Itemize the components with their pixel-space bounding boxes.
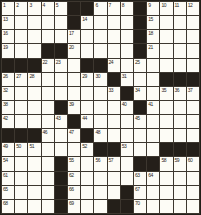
cell-r13c10[interactable] [121, 172, 133, 185]
cell-r14c1[interactable]: 65 [2, 186, 14, 199]
black-cell [55, 157, 67, 170]
cell-r4c6[interactable]: 20 [68, 44, 80, 57]
black-cell [187, 143, 199, 156]
cell-r12c6[interactable]: 55 [68, 157, 80, 170]
cell-r3c14[interactable] [174, 30, 186, 43]
cell-r7c2[interactable] [15, 87, 27, 100]
cell-r9c4[interactable] [42, 115, 54, 128]
black-cell [55, 101, 67, 114]
clue-number-63: 63 [135, 172, 140, 178]
cell-r11c3[interactable]: 51 [28, 143, 40, 156]
cell-r12c3[interactable] [28, 157, 40, 170]
clue-number-47: 47 [69, 129, 74, 135]
cell-r3c9[interactable] [108, 30, 120, 43]
clue-number-55: 55 [69, 157, 74, 163]
cell-r14c12[interactable] [147, 186, 159, 199]
cell-r7c13[interactable]: 35 [160, 87, 172, 100]
black-cell [134, 157, 146, 170]
clue-number-23: 23 [56, 59, 61, 65]
clue-number-26: 26 [3, 73, 8, 79]
clue-number-14: 14 [82, 16, 87, 22]
clue-number-46: 46 [43, 129, 48, 135]
cell-r2c10[interactable] [121, 16, 133, 29]
cell-r4c14[interactable] [174, 44, 186, 57]
cell-r9c1[interactable]: 42 [2, 115, 14, 128]
cell-r14c9[interactable] [108, 186, 120, 199]
cell-r9c12[interactable] [147, 115, 159, 128]
cell-r2c12[interactable]: 15 [147, 16, 159, 29]
cell-r15c14[interactable] [174, 200, 186, 213]
cell-r4c7[interactable] [81, 44, 93, 57]
cell-r6c6[interactable] [68, 73, 80, 86]
black-cell [134, 101, 146, 114]
cell-r3c15[interactable] [187, 30, 199, 43]
cell-r14c3[interactable] [28, 186, 40, 199]
cell-r12c1[interactable]: 54 [2, 157, 14, 170]
clue-number-2: 2 [16, 2, 18, 8]
cell-r8c3[interactable] [28, 101, 40, 114]
clue-number-7: 7 [109, 2, 111, 8]
cell-r14c11[interactable]: 67 [134, 186, 146, 199]
cell-r13c14[interactable] [174, 172, 186, 185]
cell-r7c7[interactable] [81, 87, 93, 100]
cell-r8c2[interactable] [15, 101, 27, 114]
black-cell [81, 59, 93, 72]
black-cell [147, 157, 159, 170]
cell-r1c2[interactable]: 2 [15, 2, 27, 15]
clue-number-45: 45 [135, 115, 140, 121]
clue-number-69: 69 [69, 200, 74, 206]
cell-r5c15[interactable] [187, 59, 199, 72]
cell-r1c13[interactable]: 10 [160, 2, 172, 15]
cell-r4c9[interactable] [108, 44, 120, 57]
cell-r11c6[interactable] [68, 143, 80, 156]
cell-r11c2[interactable]: 50 [15, 143, 27, 156]
clue-number-30: 30 [95, 73, 100, 79]
clue-number-18: 18 [148, 30, 153, 36]
cell-r8c1[interactable]: 38 [2, 101, 14, 114]
cell-r9c13[interactable] [160, 115, 172, 128]
clue-number-8: 8 [122, 2, 124, 8]
cell-r15c2[interactable] [15, 200, 27, 213]
cell-r8c15[interactable] [187, 101, 199, 114]
black-cell [160, 73, 172, 86]
cell-r7c5[interactable] [55, 87, 67, 100]
cell-r13c3[interactable] [28, 172, 40, 185]
clue-number-38: 38 [3, 101, 8, 107]
black-cell [55, 200, 67, 213]
cell-r2c9[interactable] [108, 16, 120, 29]
clue-number-35: 35 [161, 87, 166, 93]
cell-r12c15[interactable]: 60 [187, 157, 199, 170]
cell-r10c11[interactable] [134, 129, 146, 142]
cell-r1c5[interactable]: 5 [55, 2, 67, 15]
cell-r1c12[interactable]: 9 [147, 2, 159, 15]
black-cell [55, 44, 67, 57]
black-cell [55, 172, 67, 185]
cell-r5c4[interactable]: 22 [42, 59, 54, 72]
cell-r9c14[interactable] [174, 115, 186, 128]
black-cell [94, 143, 106, 156]
black-cell [94, 59, 106, 72]
cell-r2c5[interactable] [55, 16, 67, 29]
cell-r2c2[interactable] [15, 16, 27, 29]
cell-r14c4[interactable] [42, 186, 54, 199]
cell-r10c13[interactable] [160, 129, 172, 142]
cell-r3c8[interactable] [94, 30, 106, 43]
cell-r14c6[interactable]: 66 [68, 186, 80, 199]
cell-r1c9[interactable]: 7 [108, 2, 120, 15]
cell-r11c4[interactable] [42, 143, 54, 156]
cell-r5c12[interactable] [147, 59, 159, 72]
cell-r10c5[interactable] [55, 129, 67, 142]
clue-number-67: 67 [135, 186, 140, 192]
cell-r12c14[interactable]: 59 [174, 157, 186, 170]
cell-r6c2[interactable]: 27 [15, 73, 27, 86]
cell-r9c7[interactable]: 44 [81, 115, 93, 128]
cell-r10c14[interactable] [174, 129, 186, 142]
cell-r13c6[interactable]: 62 [68, 172, 80, 185]
black-cell [2, 59, 14, 72]
crossword-puzzle: 1234567891011121314151617181920212223242… [0, 0, 201, 215]
cell-r7c3[interactable] [28, 87, 40, 100]
clue-number-44: 44 [82, 115, 87, 121]
cell-r7c1[interactable]: 32 [2, 87, 14, 100]
clue-number-29: 29 [82, 73, 87, 79]
black-cell [15, 59, 27, 72]
cell-r6c10[interactable]: 31 [121, 73, 133, 86]
clue-number-36: 36 [175, 87, 180, 93]
clue-number-4: 4 [43, 2, 45, 8]
cell-r4c1[interactable]: 19 [2, 44, 14, 57]
cell-r12c2[interactable] [15, 157, 27, 170]
clue-number-50: 50 [16, 143, 21, 149]
cell-r6c3[interactable]: 28 [28, 73, 40, 86]
cell-r6c1[interactable]: 26 [2, 73, 14, 86]
cell-r15c8[interactable] [94, 200, 106, 213]
black-cell [187, 73, 199, 86]
cell-r9c10[interactable] [121, 115, 133, 128]
cell-r9c15[interactable] [187, 115, 199, 128]
cell-r5c10[interactable] [121, 59, 133, 72]
cell-r8c10[interactable]: 40 [121, 101, 133, 114]
cell-r5c9[interactable]: 24 [108, 59, 120, 72]
cell-r13c9[interactable] [108, 172, 120, 185]
clue-number-11: 11 [175, 2, 179, 8]
cell-r11c10[interactable]: 53 [121, 143, 133, 156]
clue-number-68: 68 [3, 200, 8, 206]
clue-number-19: 19 [3, 44, 8, 50]
clue-number-24: 24 [109, 59, 114, 65]
cell-r2c8[interactable] [94, 16, 106, 29]
clue-number-53: 53 [122, 143, 127, 149]
cell-r14c15[interactable] [187, 186, 199, 199]
cell-r7c6[interactable] [68, 87, 80, 100]
clue-number-34: 34 [135, 87, 140, 93]
cell-r7c9[interactable]: 33 [108, 87, 120, 100]
black-cell [55, 186, 67, 199]
clue-number-65: 65 [3, 186, 8, 192]
black-cell [174, 73, 186, 86]
cell-r12c9[interactable]: 57 [108, 157, 120, 170]
cell-r2c1[interactable]: 13 [2, 16, 14, 29]
cell-r3c13[interactable] [160, 30, 172, 43]
cell-r11c7[interactable]: 52 [81, 143, 93, 156]
clue-number-61: 61 [3, 172, 8, 178]
cell-r14c2[interactable] [15, 186, 27, 199]
clue-number-57: 57 [109, 157, 114, 163]
cell-r5c5[interactable]: 23 [55, 59, 67, 72]
cell-r13c13[interactable] [160, 172, 172, 185]
clue-number-42: 42 [3, 115, 8, 121]
cell-r2c3[interactable] [28, 16, 40, 29]
clue-number-3: 3 [29, 2, 31, 8]
cell-r13c2[interactable] [15, 172, 27, 185]
clue-number-17: 17 [69, 30, 74, 36]
clue-number-10: 10 [161, 2, 166, 8]
clue-number-66: 66 [69, 186, 74, 192]
cell-r7c8[interactable] [94, 87, 106, 100]
clue-number-32: 32 [3, 87, 8, 93]
cell-r15c12[interactable] [147, 200, 159, 213]
cell-r10c4[interactable]: 46 [42, 129, 54, 142]
clue-number-41: 41 [148, 101, 153, 107]
cell-r15c6[interactable]: 69 [68, 200, 80, 213]
cell-r6c4[interactable] [42, 73, 54, 86]
cell-r10c8[interactable]: 48 [94, 129, 106, 142]
cell-r9c3[interactable] [28, 115, 40, 128]
cell-r13c1[interactable]: 61 [2, 172, 14, 185]
cell-r8c6[interactable]: 39 [68, 101, 80, 114]
cell-r4c3[interactable] [28, 44, 40, 57]
cell-r8c7[interactable] [81, 101, 93, 114]
cell-r3c4[interactable] [42, 30, 54, 43]
cell-r3c10[interactable] [121, 30, 133, 43]
black-cell [28, 129, 40, 142]
cell-r4c2[interactable] [15, 44, 27, 57]
cell-r12c7[interactable] [81, 157, 93, 170]
black-cell [81, 2, 93, 15]
cell-r6c5[interactable] [55, 73, 67, 86]
cell-r10c15[interactable] [187, 129, 199, 142]
cell-r2c7[interactable]: 14 [81, 16, 93, 29]
clue-number-1: 1 [3, 2, 5, 8]
black-cell [68, 115, 80, 128]
cell-r11c12[interactable] [147, 143, 159, 156]
clue-number-37: 37 [188, 87, 193, 93]
cell-r1c3[interactable]: 3 [28, 2, 40, 15]
cell-r7c4[interactable] [42, 87, 54, 100]
cell-r2c14[interactable] [174, 16, 186, 29]
clue-number-31: 31 [122, 73, 127, 79]
clue-number-54: 54 [3, 157, 8, 163]
black-cell [2, 129, 14, 142]
cell-r10c12[interactable] [147, 129, 159, 142]
cell-r11c1[interactable]: 49 [2, 143, 14, 156]
black-cell [121, 87, 133, 100]
cell-r14c14[interactable] [174, 186, 186, 199]
black-cell [174, 143, 186, 156]
cell-r15c3[interactable] [28, 200, 40, 213]
clue-number-39: 39 [69, 101, 74, 107]
cell-r1c4[interactable]: 4 [42, 2, 54, 15]
clue-number-6: 6 [95, 2, 97, 8]
cell-r11c5[interactable] [55, 143, 67, 156]
cell-r5c11[interactable]: 25 [134, 59, 146, 72]
black-cell [108, 73, 120, 86]
black-cell [160, 143, 172, 156]
cell-r12c8[interactable]: 56 [94, 157, 106, 170]
black-cell [108, 200, 120, 213]
cell-r5c13[interactable] [160, 59, 172, 72]
cell-r6c11[interactable] [134, 73, 146, 86]
clue-number-40: 40 [122, 101, 127, 107]
cell-r6c8[interactable]: 30 [94, 73, 106, 86]
cell-r12c13[interactable]: 58 [160, 157, 172, 170]
cell-r12c10[interactable] [121, 157, 133, 170]
clue-number-22: 22 [43, 59, 48, 65]
clue-number-52: 52 [82, 143, 87, 149]
cell-r8c9[interactable] [108, 101, 120, 114]
cell-r8c4[interactable] [42, 101, 54, 114]
black-cell [68, 2, 80, 15]
cell-r9c8[interactable] [94, 115, 106, 128]
cell-r3c7[interactable] [81, 30, 93, 43]
clue-number-51: 51 [29, 143, 34, 149]
black-cell [42, 44, 54, 57]
clue-number-49: 49 [3, 143, 8, 149]
cell-r3c2[interactable] [15, 30, 27, 43]
black-cell [134, 2, 146, 15]
cell-r10c6[interactable]: 47 [68, 129, 80, 142]
clue-number-33: 33 [109, 87, 114, 93]
cell-r4c8[interactable] [94, 44, 106, 57]
cell-r2c4[interactable] [42, 16, 54, 29]
black-cell [121, 200, 133, 213]
cell-r8c12[interactable]: 41 [147, 101, 159, 114]
cell-r7c14[interactable]: 36 [174, 87, 186, 100]
cell-r2c15[interactable] [187, 16, 199, 29]
cell-r4c12[interactable]: 21 [147, 44, 159, 57]
clue-number-56: 56 [95, 157, 100, 163]
cell-r12c4[interactable] [42, 157, 54, 170]
clue-number-60: 60 [188, 157, 193, 163]
clue-number-5: 5 [56, 2, 58, 8]
black-cell [15, 129, 27, 142]
cell-r8c14[interactable] [174, 101, 186, 114]
black-cell [134, 30, 146, 43]
cell-r1c10[interactable]: 8 [121, 2, 133, 15]
cell-r9c2[interactable] [15, 115, 27, 128]
cell-r15c7[interactable] [81, 200, 93, 213]
cell-r15c15[interactable] [187, 200, 199, 213]
clue-number-58: 58 [161, 157, 166, 163]
cell-r6c7[interactable]: 29 [81, 73, 93, 86]
cell-r1c14[interactable]: 11 [174, 2, 186, 15]
cell-r9c9[interactable] [108, 115, 120, 128]
cell-r3c1[interactable]: 16 [2, 30, 14, 43]
cell-r9c5[interactable]: 43 [55, 115, 67, 128]
cell-r7c15[interactable]: 37 [187, 87, 199, 100]
clue-number-13: 13 [3, 16, 8, 22]
black-cell [81, 129, 93, 142]
black-cell [68, 16, 80, 29]
cell-r15c1[interactable]: 68 [2, 200, 14, 213]
clue-number-25: 25 [135, 59, 140, 65]
clue-number-16: 16 [3, 30, 8, 36]
cell-r7c11[interactable]: 34 [134, 87, 146, 100]
cell-r3c5[interactable] [55, 30, 67, 43]
cell-r1c8[interactable]: 6 [94, 2, 106, 15]
cell-r7c12[interactable] [147, 87, 159, 100]
cell-r13c12[interactable]: 64 [147, 172, 159, 185]
cell-r13c8[interactable] [94, 172, 106, 185]
cell-r14c13[interactable] [160, 186, 172, 199]
black-cell [108, 143, 120, 156]
cell-r10c10[interactable] [121, 129, 133, 142]
clue-number-21: 21 [148, 44, 153, 50]
black-cell [134, 44, 146, 57]
cell-r13c15[interactable] [187, 172, 199, 185]
cell-r2c13[interactable] [160, 16, 172, 29]
cell-r6c12[interactable] [147, 73, 159, 86]
clue-number-48: 48 [95, 129, 100, 135]
black-cell [121, 186, 133, 199]
cell-r13c7[interactable] [81, 172, 93, 185]
cell-r3c12[interactable]: 18 [147, 30, 159, 43]
clue-number-20: 20 [69, 44, 74, 50]
cell-r8c8[interactable] [94, 101, 106, 114]
cell-r5c14[interactable] [174, 59, 186, 72]
cell-r4c15[interactable] [187, 44, 199, 57]
cell-r13c4[interactable] [42, 172, 54, 185]
clue-number-28: 28 [29, 73, 34, 79]
clue-number-70: 70 [135, 200, 140, 206]
cell-r4c13[interactable] [160, 44, 172, 57]
cell-r1c1[interactable]: 1 [2, 2, 14, 15]
cell-r15c4[interactable] [42, 200, 54, 213]
clue-number-62: 62 [69, 172, 74, 178]
cell-r13c11[interactable]: 63 [134, 172, 146, 185]
cell-r5c6[interactable] [68, 59, 80, 72]
cell-r14c7[interactable] [81, 186, 93, 199]
crossword-grid: 1234567891011121314151617181920212223242… [0, 0, 201, 215]
clue-number-15: 15 [148, 16, 153, 22]
black-cell [28, 59, 40, 72]
cell-r11c11[interactable] [134, 143, 146, 156]
cell-r3c3[interactable] [28, 30, 40, 43]
clue-number-59: 59 [175, 157, 180, 163]
cell-r1c15[interactable]: 12 [187, 2, 199, 15]
cell-r15c13[interactable] [160, 200, 172, 213]
cell-r10c9[interactable] [108, 129, 120, 142]
cell-r9c11[interactable]: 45 [134, 115, 146, 128]
cell-r8c13[interactable] [160, 101, 172, 114]
cell-r3c6[interactable]: 17 [68, 30, 80, 43]
clue-number-64: 64 [148, 172, 153, 178]
cell-r15c11[interactable]: 70 [134, 200, 146, 213]
clue-number-43: 43 [56, 115, 61, 121]
cell-r14c8[interactable] [94, 186, 106, 199]
clue-number-9: 9 [148, 2, 150, 8]
clue-number-12: 12 [188, 2, 193, 8]
cell-r4c10[interactable] [121, 44, 133, 57]
clue-number-27: 27 [16, 73, 21, 79]
black-cell [134, 16, 146, 29]
